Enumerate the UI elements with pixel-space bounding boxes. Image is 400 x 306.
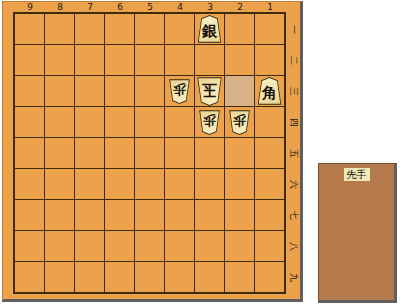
piece-kanji: 歩 <box>173 83 186 96</box>
piece-face: 歩 <box>230 111 249 134</box>
square-73[interactable] <box>75 76 104 106</box>
square-98[interactable] <box>15 231 44 261</box>
square-58[interactable] <box>135 231 164 261</box>
square-47[interactable] <box>165 200 194 230</box>
square-75[interactable] <box>75 138 104 168</box>
square-26[interactable] <box>225 169 254 199</box>
square-35[interactable] <box>195 138 224 168</box>
square-54[interactable] <box>135 107 164 137</box>
square-97[interactable] <box>15 200 44 230</box>
square-25[interactable] <box>225 138 254 168</box>
piece-gote-pawn[interactable]: 歩 <box>199 110 220 135</box>
piece-sente-silver[interactable]: 銀 <box>198 15 222 43</box>
piece-kanji: 銀 <box>202 24 217 39</box>
rank-label-3: 三 <box>287 76 299 107</box>
square-83[interactable] <box>45 76 74 106</box>
piece-face: 銀 <box>199 16 221 42</box>
square-92[interactable] <box>15 45 44 75</box>
rank-label-7: 七 <box>287 200 299 231</box>
sente-label: 先手 <box>344 168 370 181</box>
square-32[interactable] <box>195 45 224 75</box>
piece-sente-bishop[interactable]: 角 <box>258 77 282 105</box>
square-61[interactable] <box>105 14 134 44</box>
square-31[interactable]: 銀 <box>195 14 224 44</box>
square-55[interactable] <box>135 138 164 168</box>
square-86[interactable] <box>45 169 74 199</box>
piece-face: 玉 <box>198 78 221 105</box>
square-51[interactable] <box>135 14 164 44</box>
rank-label-1: 一 <box>287 14 299 45</box>
square-19[interactable] <box>255 262 284 292</box>
square-13[interactable]: 角 <box>255 76 284 106</box>
square-95[interactable] <box>15 138 44 168</box>
square-68[interactable] <box>105 231 134 261</box>
square-72[interactable] <box>75 45 104 75</box>
rank-label-4: 四 <box>287 107 299 138</box>
piece-kanji: 玉 <box>202 82 217 97</box>
square-49[interactable] <box>165 262 194 292</box>
square-18[interactable] <box>255 231 284 261</box>
rank-label-8: 八 <box>287 231 299 262</box>
piece-face: 歩 <box>200 111 219 134</box>
square-76[interactable] <box>75 169 104 199</box>
square-96[interactable] <box>15 169 44 199</box>
square-27[interactable] <box>225 200 254 230</box>
piece-face: 歩 <box>170 80 189 103</box>
square-66[interactable] <box>105 169 134 199</box>
piece-kanji: 角 <box>262 86 277 101</box>
shogi-app-window: 987654321 一二三四五六七八九 銀歩玉角歩歩 先手 <box>0 0 400 306</box>
square-84[interactable] <box>45 107 74 137</box>
square-69[interactable] <box>105 262 134 292</box>
square-91[interactable] <box>15 14 44 44</box>
square-85[interactable] <box>45 138 74 168</box>
square-57[interactable] <box>135 200 164 230</box>
square-46[interactable] <box>165 169 194 199</box>
square-99[interactable] <box>15 262 44 292</box>
rank-coordinate-labels: 一二三四五六七八九 <box>287 14 299 293</box>
square-28[interactable] <box>225 231 254 261</box>
square-21[interactable] <box>225 14 254 44</box>
square-22[interactable] <box>225 45 254 75</box>
square-12[interactable] <box>255 45 284 75</box>
square-71[interactable] <box>75 14 104 44</box>
square-29[interactable] <box>225 262 254 292</box>
rank-label-6: 六 <box>287 169 299 200</box>
square-52[interactable] <box>135 45 164 75</box>
square-63[interactable] <box>105 76 134 106</box>
square-42[interactable] <box>165 45 194 75</box>
square-77[interactable] <box>75 200 104 230</box>
square-53[interactable] <box>135 76 164 106</box>
piece-kanji: 歩 <box>203 114 216 127</box>
square-43[interactable]: 歩 <box>165 76 194 106</box>
board-panel: 987654321 一二三四五六七八九 銀歩玉角歩歩 <box>2 1 303 302</box>
square-65[interactable] <box>105 138 134 168</box>
square-23[interactable] <box>225 76 254 106</box>
square-78[interactable] <box>75 231 104 261</box>
square-36[interactable] <box>195 169 224 199</box>
square-64[interactable] <box>105 107 134 137</box>
square-11[interactable] <box>255 14 284 44</box>
square-81[interactable] <box>45 14 74 44</box>
shogi-board-grid: 銀歩玉角歩歩 <box>13 12 286 294</box>
square-62[interactable] <box>105 45 134 75</box>
square-16[interactable] <box>255 169 284 199</box>
square-93[interactable] <box>15 76 44 106</box>
piece-gote-king[interactable]: 玉 <box>197 77 222 106</box>
square-45[interactable] <box>165 138 194 168</box>
square-17[interactable] <box>255 200 284 230</box>
square-39[interactable] <box>195 262 224 292</box>
piece-gote-pawn[interactable]: 歩 <box>169 79 190 104</box>
square-82[interactable] <box>45 45 74 75</box>
square-14[interactable] <box>255 107 284 137</box>
square-44[interactable] <box>165 107 194 137</box>
square-67[interactable] <box>105 200 134 230</box>
square-38[interactable] <box>195 231 224 261</box>
square-33[interactable]: 玉 <box>195 76 224 106</box>
piece-face: 角 <box>259 78 281 104</box>
square-15[interactable] <box>255 138 284 168</box>
square-41[interactable] <box>165 14 194 44</box>
piece-kanji: 歩 <box>233 114 246 127</box>
piece-gote-pawn[interactable]: 歩 <box>229 110 250 135</box>
square-59[interactable] <box>135 262 164 292</box>
rank-label-9: 九 <box>287 262 299 293</box>
square-48[interactable] <box>165 231 194 261</box>
square-89[interactable] <box>45 262 74 292</box>
square-24[interactable]: 歩 <box>225 107 254 137</box>
square-56[interactable] <box>135 169 164 199</box>
square-34[interactable]: 歩 <box>195 107 224 137</box>
square-87[interactable] <box>45 200 74 230</box>
rank-label-2: 二 <box>287 45 299 76</box>
square-94[interactable] <box>15 107 44 137</box>
square-79[interactable] <box>75 262 104 292</box>
square-88[interactable] <box>45 231 74 261</box>
sente-hand-tray[interactable]: 先手 <box>318 163 397 303</box>
rank-label-5: 五 <box>287 138 299 169</box>
square-37[interactable] <box>195 200 224 230</box>
square-74[interactable] <box>75 107 104 137</box>
